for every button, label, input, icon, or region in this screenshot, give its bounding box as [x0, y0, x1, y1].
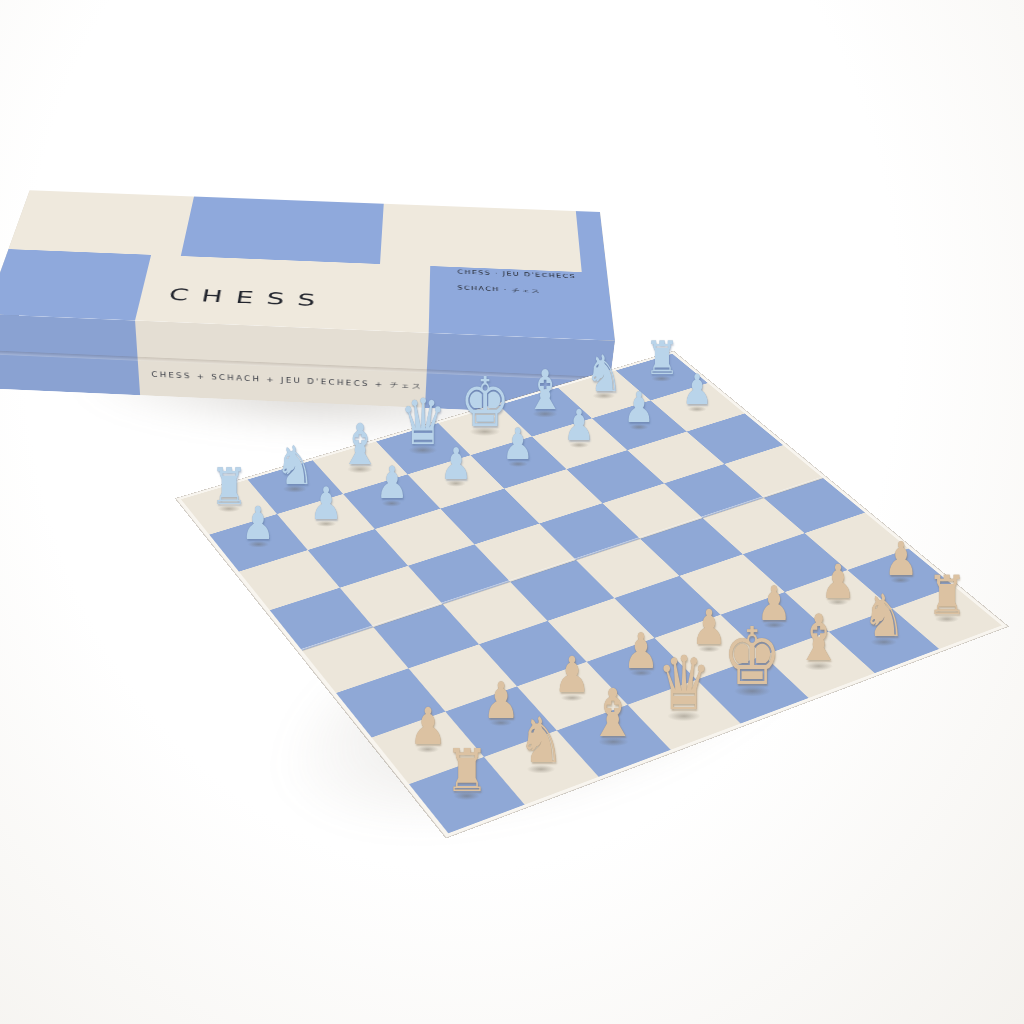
knight-glyph: ♞: [586, 349, 623, 399]
pawn-glyph: ♟: [242, 501, 275, 547]
piece-wood-knight-b1[interactable]: ♞: [513, 710, 569, 773]
rook-glyph: ♜: [927, 569, 967, 623]
pawn-glyph: ♟: [502, 423, 534, 466]
piece-blue-rook-h8[interactable]: ♜: [641, 335, 683, 381]
queen-glyph: ♛: [657, 647, 712, 721]
piece-blue-pawn-g7[interactable]: ♟: [620, 387, 658, 429]
piece-wood-bishop-f1[interactable]: ♝: [790, 607, 847, 671]
pawn-glyph: ♟: [564, 405, 595, 448]
pawn-glyph: ♟: [440, 442, 472, 486]
rook-glyph: ♜: [445, 741, 489, 800]
bishop-glyph: ♝: [795, 607, 842, 671]
piece-blue-pawn-c7[interactable]: ♟: [372, 461, 412, 505]
piece-layer: ♜♞♟♝♟♚♟♛♟♝♟♞♟♜♟♟♟♟♜♟♞♟♝♟♚♟♛♟♝♟♞♜: [0, 0, 1024, 1024]
pawn-glyph: ♟: [682, 369, 713, 411]
piece-blue-pawn-e7[interactable]: ♟: [499, 423, 538, 466]
piece-wood-king-e1[interactable]: ♚: [717, 617, 788, 697]
pawn-glyph: ♟: [883, 536, 917, 583]
piece-wood-bishop-c1[interactable]: ♝: [584, 680, 644, 746]
knight-glyph: ♞: [518, 710, 564, 773]
piece-blue-pawn-a7[interactable]: ♟: [238, 501, 279, 547]
piece-wood-pawn-g2[interactable]: ♟: [817, 558, 859, 605]
piece-blue-pawn-b7[interactable]: ♟: [306, 481, 346, 526]
rook-glyph: ♜: [645, 335, 679, 381]
piece-wood-knight-g1[interactable]: ♞: [857, 587, 910, 646]
piece-blue-pawn-h7[interactable]: ♟: [679, 369, 716, 411]
bishop-glyph: ♝: [589, 680, 638, 746]
bishop-glyph: ♝: [525, 362, 565, 417]
pawn-glyph: ♟: [309, 481, 342, 526]
piece-wood-pawn-h2[interactable]: ♟: [880, 536, 922, 583]
pawn-glyph: ♟: [821, 558, 856, 605]
piece-blue-pawn-d7[interactable]: ♟: [436, 442, 475, 486]
piece-wood-rook-h1[interactable]: ♜: [923, 569, 971, 623]
king-glyph: ♚: [723, 617, 782, 697]
pawn-glyph: ♟: [375, 461, 408, 505]
pawn-glyph: ♟: [624, 387, 655, 429]
piece-wood-queen-d1[interactable]: ♛: [651, 647, 718, 721]
piece-blue-pawn-f7[interactable]: ♟: [560, 405, 598, 448]
knight-glyph: ♞: [862, 587, 905, 646]
piece-wood-rook-a1[interactable]: ♜: [440, 741, 493, 800]
